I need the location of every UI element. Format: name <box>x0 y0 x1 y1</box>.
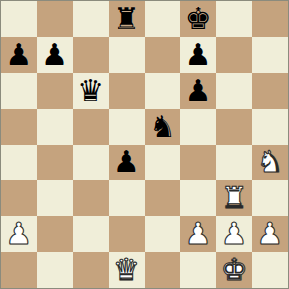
square-h3[interactable] <box>252 180 288 216</box>
piece-white-pawn[interactable]: ♟ <box>257 219 284 249</box>
chess-board: ♜♚♟♟♟♛♟♞♟♞♜♟♟♟♟♛♚ <box>0 0 289 289</box>
square-c2[interactable] <box>73 216 109 252</box>
square-c6[interactable]: ♛ <box>73 73 109 109</box>
square-e8[interactable] <box>145 1 181 37</box>
square-d6[interactable] <box>109 73 145 109</box>
square-e4[interactable] <box>145 145 181 181</box>
square-h8[interactable] <box>252 1 288 37</box>
piece-black-pawn[interactable]: ♟ <box>113 147 140 177</box>
square-b1[interactable] <box>37 252 73 288</box>
square-h4[interactable]: ♞ <box>252 145 288 181</box>
square-f2[interactable]: ♟ <box>180 216 216 252</box>
square-e7[interactable] <box>145 37 181 73</box>
square-e3[interactable] <box>145 180 181 216</box>
square-b7[interactable]: ♟ <box>37 37 73 73</box>
square-g6[interactable] <box>216 73 252 109</box>
square-e2[interactable] <box>145 216 181 252</box>
piece-black-pawn[interactable]: ♟ <box>185 40 212 70</box>
piece-black-pawn[interactable]: ♟ <box>5 40 32 70</box>
square-h7[interactable] <box>252 37 288 73</box>
square-c3[interactable] <box>73 180 109 216</box>
square-d5[interactable] <box>109 109 145 145</box>
square-a6[interactable] <box>1 73 37 109</box>
square-b8[interactable] <box>37 1 73 37</box>
square-d7[interactable] <box>109 37 145 73</box>
square-g2[interactable]: ♟ <box>216 216 252 252</box>
square-f8[interactable]: ♚ <box>180 1 216 37</box>
square-c5[interactable] <box>73 109 109 145</box>
piece-black-king[interactable]: ♚ <box>185 4 212 34</box>
square-f1[interactable] <box>180 252 216 288</box>
square-f5[interactable] <box>180 109 216 145</box>
square-c4[interactable] <box>73 145 109 181</box>
square-c7[interactable] <box>73 37 109 73</box>
square-a1[interactable] <box>1 252 37 288</box>
piece-white-pawn[interactable]: ♟ <box>221 219 248 249</box>
square-f3[interactable] <box>180 180 216 216</box>
piece-white-knight[interactable]: ♞ <box>257 147 284 177</box>
square-a3[interactable] <box>1 180 37 216</box>
square-d1[interactable]: ♛ <box>109 252 145 288</box>
square-h6[interactable] <box>252 73 288 109</box>
piece-white-rook[interactable]: ♜ <box>221 183 248 213</box>
square-g3[interactable]: ♜ <box>216 180 252 216</box>
piece-black-queen[interactable]: ♛ <box>77 76 104 106</box>
square-h1[interactable] <box>252 252 288 288</box>
piece-white-pawn[interactable]: ♟ <box>5 219 32 249</box>
square-h5[interactable] <box>252 109 288 145</box>
square-g8[interactable] <box>216 1 252 37</box>
square-b2[interactable] <box>37 216 73 252</box>
piece-black-rook[interactable]: ♜ <box>113 4 140 34</box>
piece-white-pawn[interactable]: ♟ <box>185 219 212 249</box>
square-a4[interactable] <box>1 145 37 181</box>
square-g4[interactable] <box>216 145 252 181</box>
square-d3[interactable] <box>109 180 145 216</box>
piece-white-king[interactable]: ♚ <box>221 255 248 285</box>
square-d8[interactable]: ♜ <box>109 1 145 37</box>
square-e5[interactable]: ♞ <box>145 109 181 145</box>
square-c8[interactable] <box>73 1 109 37</box>
square-b6[interactable] <box>37 73 73 109</box>
square-a5[interactable] <box>1 109 37 145</box>
square-g7[interactable] <box>216 37 252 73</box>
square-f6[interactable]: ♟ <box>180 73 216 109</box>
square-g1[interactable]: ♚ <box>216 252 252 288</box>
piece-black-pawn[interactable]: ♟ <box>185 76 212 106</box>
square-d2[interactable] <box>109 216 145 252</box>
square-f7[interactable]: ♟ <box>180 37 216 73</box>
square-b3[interactable] <box>37 180 73 216</box>
piece-white-queen[interactable]: ♛ <box>113 255 140 285</box>
square-e1[interactable] <box>145 252 181 288</box>
square-h2[interactable]: ♟ <box>252 216 288 252</box>
square-g5[interactable] <box>216 109 252 145</box>
square-a7[interactable]: ♟ <box>1 37 37 73</box>
square-e6[interactable] <box>145 73 181 109</box>
square-d4[interactable]: ♟ <box>109 145 145 181</box>
square-b4[interactable] <box>37 145 73 181</box>
square-b5[interactable] <box>37 109 73 145</box>
square-f4[interactable] <box>180 145 216 181</box>
piece-black-pawn[interactable]: ♟ <box>41 40 68 70</box>
piece-black-knight[interactable]: ♞ <box>149 112 176 142</box>
square-a8[interactable] <box>1 1 37 37</box>
square-c1[interactable] <box>73 252 109 288</box>
square-a2[interactable]: ♟ <box>1 216 37 252</box>
